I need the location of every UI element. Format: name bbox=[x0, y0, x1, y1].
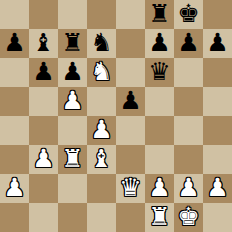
white-queen: ♛ bbox=[119, 173, 141, 202]
white-rook: ♜ bbox=[61, 144, 83, 173]
square-e6[interactable] bbox=[116, 58, 145, 87]
black-pawn: ♟ bbox=[177, 28, 199, 57]
square-a3[interactable] bbox=[0, 145, 29, 174]
square-b7[interactable]: ♝ bbox=[29, 29, 58, 58]
square-f3[interactable] bbox=[145, 145, 174, 174]
white-pawn: ♟ bbox=[177, 173, 199, 202]
square-b8[interactable] bbox=[29, 0, 58, 29]
square-d6[interactable]: ♞ bbox=[87, 58, 116, 87]
square-h4[interactable] bbox=[203, 116, 232, 145]
square-g5[interactable] bbox=[174, 87, 203, 116]
square-f1[interactable]: ♜ bbox=[145, 203, 174, 232]
square-b5[interactable] bbox=[29, 87, 58, 116]
white-king: ♚ bbox=[177, 202, 199, 231]
square-h5[interactable] bbox=[203, 87, 232, 116]
black-pawn: ♟ bbox=[61, 57, 83, 86]
square-c5[interactable]: ♟ bbox=[58, 87, 87, 116]
square-d8[interactable] bbox=[87, 0, 116, 29]
white-pawn: ♟ bbox=[61, 86, 83, 115]
square-h7[interactable]: ♟ bbox=[203, 29, 232, 58]
square-e2[interactable]: ♛ bbox=[116, 174, 145, 203]
black-knight: ♞ bbox=[90, 28, 112, 57]
square-a8[interactable] bbox=[0, 0, 29, 29]
black-rook: ♜ bbox=[148, 0, 170, 28]
square-e5[interactable]: ♟ bbox=[116, 87, 145, 116]
square-h6[interactable] bbox=[203, 58, 232, 87]
square-a6[interactable] bbox=[0, 58, 29, 87]
square-g8[interactable]: ♚ bbox=[174, 0, 203, 29]
square-g4[interactable] bbox=[174, 116, 203, 145]
square-e3[interactable] bbox=[116, 145, 145, 174]
square-c2[interactable] bbox=[58, 174, 87, 203]
chess-board: ♜♚♟♝♜♞♟♟♟♟♟♞♛♟♟♟♟♜♝♟♛♟♟♟♜♚ bbox=[0, 0, 232, 232]
black-pawn: ♟ bbox=[119, 86, 141, 115]
square-f7[interactable]: ♟ bbox=[145, 29, 174, 58]
white-knight: ♞ bbox=[90, 57, 112, 86]
square-c7[interactable]: ♜ bbox=[58, 29, 87, 58]
square-d4[interactable]: ♟ bbox=[87, 116, 116, 145]
square-f4[interactable] bbox=[145, 116, 174, 145]
white-pawn: ♟ bbox=[148, 173, 170, 202]
black-pawn: ♟ bbox=[32, 57, 54, 86]
square-e8[interactable] bbox=[116, 0, 145, 29]
black-pawn: ♟ bbox=[148, 28, 170, 57]
black-king: ♚ bbox=[177, 0, 199, 28]
square-d2[interactable] bbox=[87, 174, 116, 203]
square-g1[interactable]: ♚ bbox=[174, 203, 203, 232]
black-pawn: ♟ bbox=[3, 28, 25, 57]
square-h2[interactable]: ♟ bbox=[203, 174, 232, 203]
square-b3[interactable]: ♟ bbox=[29, 145, 58, 174]
square-g3[interactable] bbox=[174, 145, 203, 174]
white-pawn: ♟ bbox=[90, 115, 112, 144]
square-a7[interactable]: ♟ bbox=[0, 29, 29, 58]
square-e1[interactable] bbox=[116, 203, 145, 232]
white-rook: ♜ bbox=[148, 202, 170, 231]
square-b6[interactable]: ♟ bbox=[29, 58, 58, 87]
square-d7[interactable]: ♞ bbox=[87, 29, 116, 58]
square-d3[interactable]: ♝ bbox=[87, 145, 116, 174]
square-g7[interactable]: ♟ bbox=[174, 29, 203, 58]
square-a4[interactable] bbox=[0, 116, 29, 145]
square-b2[interactable] bbox=[29, 174, 58, 203]
square-c3[interactable]: ♜ bbox=[58, 145, 87, 174]
white-bishop: ♝ bbox=[90, 144, 112, 173]
white-pawn: ♟ bbox=[206, 173, 228, 202]
black-queen: ♛ bbox=[148, 57, 170, 86]
square-e4[interactable] bbox=[116, 116, 145, 145]
square-c8[interactable] bbox=[58, 0, 87, 29]
square-c1[interactable] bbox=[58, 203, 87, 232]
square-d1[interactable] bbox=[87, 203, 116, 232]
square-h3[interactable] bbox=[203, 145, 232, 174]
square-h1[interactable] bbox=[203, 203, 232, 232]
black-bishop: ♝ bbox=[32, 28, 54, 57]
black-rook: ♜ bbox=[61, 28, 83, 57]
black-pawn: ♟ bbox=[206, 28, 228, 57]
square-f2[interactable]: ♟ bbox=[145, 174, 174, 203]
square-d5[interactable] bbox=[87, 87, 116, 116]
square-f6[interactable]: ♛ bbox=[145, 58, 174, 87]
square-a5[interactable] bbox=[0, 87, 29, 116]
square-a1[interactable] bbox=[0, 203, 29, 232]
square-h8[interactable] bbox=[203, 0, 232, 29]
square-g6[interactable] bbox=[174, 58, 203, 87]
square-g2[interactable]: ♟ bbox=[174, 174, 203, 203]
square-b1[interactable] bbox=[29, 203, 58, 232]
white-pawn: ♟ bbox=[3, 173, 25, 202]
square-f5[interactable] bbox=[145, 87, 174, 116]
square-f8[interactable]: ♜ bbox=[145, 0, 174, 29]
square-a2[interactable]: ♟ bbox=[0, 174, 29, 203]
square-b4[interactable] bbox=[29, 116, 58, 145]
square-c6[interactable]: ♟ bbox=[58, 58, 87, 87]
square-e7[interactable] bbox=[116, 29, 145, 58]
white-pawn: ♟ bbox=[32, 144, 54, 173]
square-c4[interactable] bbox=[58, 116, 87, 145]
